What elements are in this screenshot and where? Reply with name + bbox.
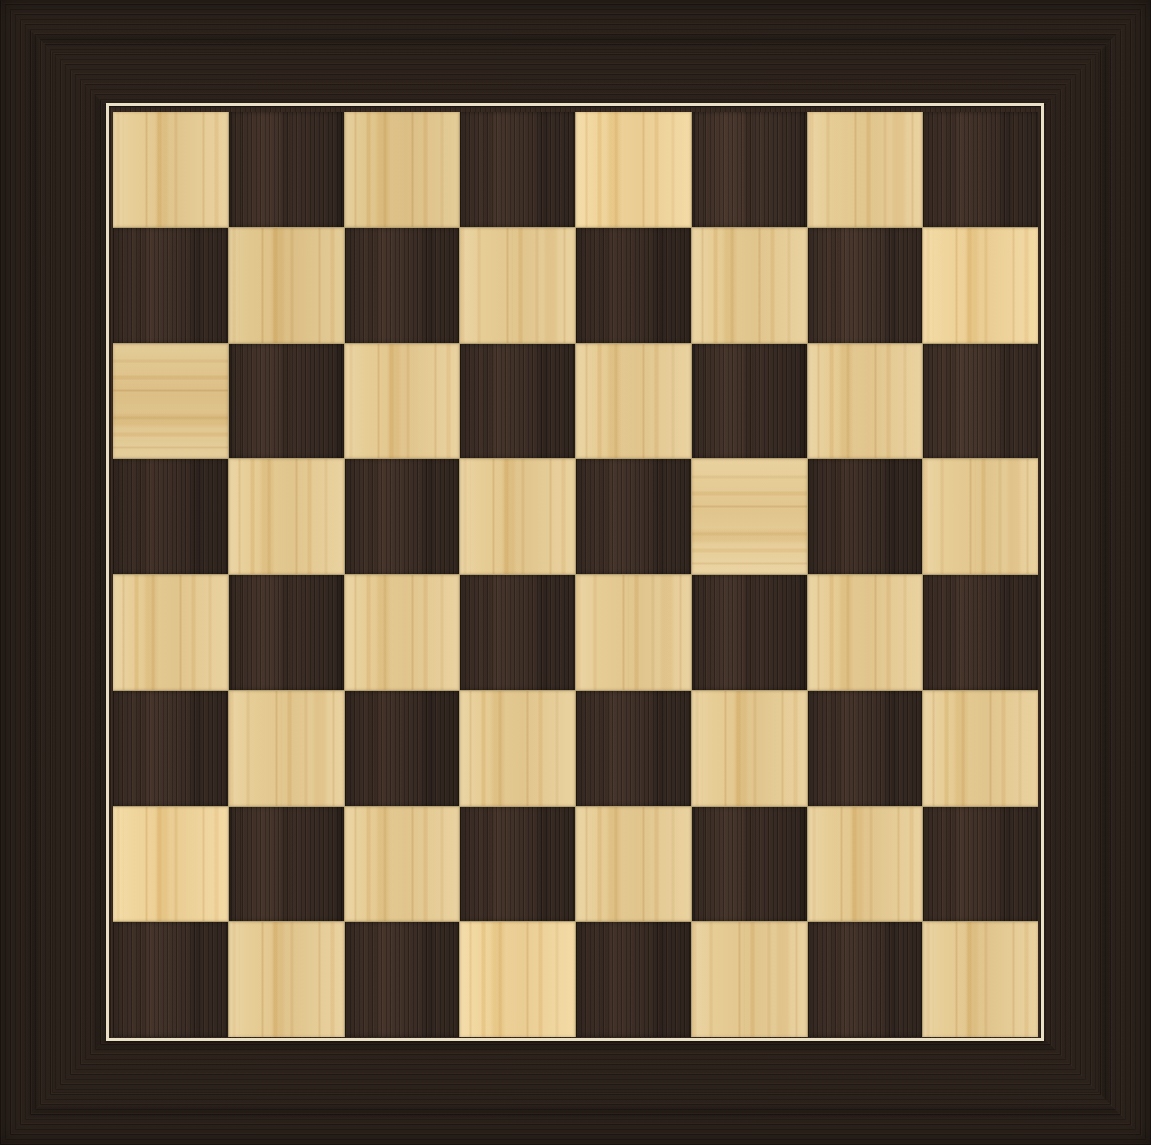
square-e2[interactable] — [576, 807, 691, 922]
square-h6[interactable] — [923, 344, 1038, 459]
square-d4[interactable] — [460, 575, 575, 690]
square-b4[interactable] — [229, 575, 344, 690]
square-d6[interactable] — [460, 344, 575, 459]
square-a4[interactable] — [113, 575, 228, 690]
square-h3[interactable] — [923, 691, 1038, 806]
square-b1[interactable] — [229, 922, 344, 1037]
square-e8[interactable] — [576, 112, 691, 227]
square-a3[interactable] — [113, 691, 228, 806]
square-c7[interactable] — [345, 228, 460, 343]
square-a6[interactable] — [113, 344, 228, 459]
square-a5[interactable] — [113, 459, 228, 574]
square-b2[interactable] — [229, 807, 344, 922]
square-e6[interactable] — [576, 344, 691, 459]
square-c1[interactable] — [345, 922, 460, 1037]
square-f5[interactable] — [692, 459, 807, 574]
square-c6[interactable] — [345, 344, 460, 459]
square-a7[interactable] — [113, 228, 228, 343]
square-g2[interactable] — [808, 807, 923, 922]
square-c2[interactable] — [345, 807, 460, 922]
square-d8[interactable] — [460, 112, 575, 227]
square-e7[interactable] — [576, 228, 691, 343]
square-g4[interactable] — [808, 575, 923, 690]
playing-area — [113, 112, 1038, 1037]
square-d1[interactable] — [460, 922, 575, 1037]
square-f2[interactable] — [692, 807, 807, 922]
square-h1[interactable] — [923, 922, 1038, 1037]
square-b3[interactable] — [229, 691, 344, 806]
square-b6[interactable] — [229, 344, 344, 459]
square-f1[interactable] — [692, 922, 807, 1037]
square-f7[interactable] — [692, 228, 807, 343]
square-d3[interactable] — [460, 691, 575, 806]
square-a2[interactable] — [113, 807, 228, 922]
square-f8[interactable] — [692, 112, 807, 227]
square-e1[interactable] — [576, 922, 691, 1037]
square-c5[interactable] — [345, 459, 460, 574]
square-c8[interactable] — [345, 112, 460, 227]
square-b7[interactable] — [229, 228, 344, 343]
square-d7[interactable] — [460, 228, 575, 343]
square-b5[interactable] — [229, 459, 344, 574]
square-g1[interactable] — [808, 922, 923, 1037]
square-f4[interactable] — [692, 575, 807, 690]
square-e3[interactable] — [576, 691, 691, 806]
square-h7[interactable] — [923, 228, 1038, 343]
square-g3[interactable] — [808, 691, 923, 806]
square-h8[interactable] — [923, 112, 1038, 227]
square-h5[interactable] — [923, 459, 1038, 574]
square-f3[interactable] — [692, 691, 807, 806]
square-g5[interactable] — [808, 459, 923, 574]
square-g8[interactable] — [808, 112, 923, 227]
square-h4[interactable] — [923, 575, 1038, 690]
square-e5[interactable] — [576, 459, 691, 574]
square-g7[interactable] — [808, 228, 923, 343]
square-d5[interactable] — [460, 459, 575, 574]
square-e4[interactable] — [576, 575, 691, 690]
square-f6[interactable] — [692, 344, 807, 459]
square-a8[interactable] — [113, 112, 228, 227]
square-g6[interactable] — [808, 344, 923, 459]
square-a1[interactable] — [113, 922, 228, 1037]
square-c4[interactable] — [345, 575, 460, 690]
chess-board — [0, 0, 1151, 1145]
square-h2[interactable] — [923, 807, 1038, 922]
square-b8[interactable] — [229, 112, 344, 227]
square-d2[interactable] — [460, 807, 575, 922]
square-c3[interactable] — [345, 691, 460, 806]
